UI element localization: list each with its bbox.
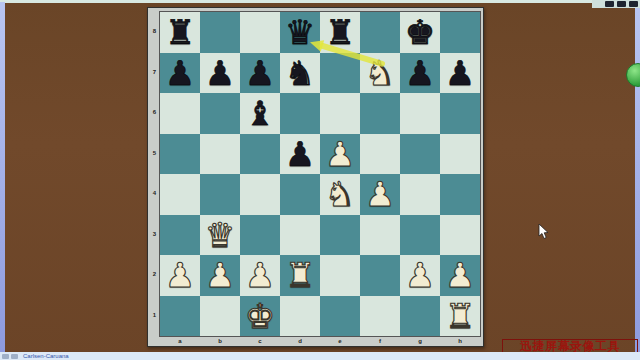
window-right-border (635, 2, 640, 352)
square-b1[interactable] (200, 296, 240, 337)
square-f5[interactable] (360, 134, 400, 175)
square-d4[interactable] (280, 174, 320, 215)
file-label-a: a (160, 338, 200, 344)
square-g6[interactable] (400, 93, 440, 134)
piece-white-pawn-f4[interactable]: ♟ (360, 174, 400, 215)
square-h4[interactable] (440, 174, 480, 215)
square-f6[interactable] (360, 93, 400, 134)
square-c3[interactable] (240, 215, 280, 256)
piece-white-pawn-h2[interactable]: ♟ (440, 255, 480, 296)
chess-board: 87654321 ♜♛♜♚♟♟♟♞♞♟♟♝♟♟♞♟♛♟♟♟♜♟♟♚♜ abcde… (147, 7, 484, 347)
square-f1[interactable] (360, 296, 400, 337)
window-controls (592, 0, 640, 8)
maximize-icon[interactable] (617, 1, 626, 7)
piece-black-pawn-h7[interactable]: ♟ (440, 53, 480, 94)
piece-black-pawn-b7[interactable]: ♟ (200, 53, 240, 94)
square-e1[interactable] (320, 296, 360, 337)
piece-white-rook-d2[interactable]: ♜ (280, 255, 320, 296)
screen-recorder-watermark: 迅捷屏幕录像工具 (502, 339, 638, 353)
square-b5[interactable] (200, 134, 240, 175)
square-e3[interactable] (320, 215, 360, 256)
square-g4[interactable] (400, 174, 440, 215)
square-h8[interactable] (440, 12, 480, 53)
taskbar-window-button[interactable]: Carlsen-Caruana (23, 353, 69, 359)
square-f2[interactable] (360, 255, 400, 296)
square-b8[interactable] (200, 12, 240, 53)
taskbar: Carlsen-Caruana (0, 352, 640, 360)
rank-labels: 87654321 (149, 12, 160, 336)
square-e2[interactable] (320, 255, 360, 296)
piece-white-king-c1[interactable]: ♚ (240, 296, 280, 337)
rank-label-3: 3 (149, 231, 160, 237)
rank-label-1: 1 (149, 312, 160, 318)
square-a4[interactable] (160, 174, 200, 215)
square-a6[interactable] (160, 93, 200, 134)
rank-label-8: 8 (149, 28, 160, 34)
piece-white-pawn-c2[interactable]: ♟ (240, 255, 280, 296)
square-b4[interactable] (200, 174, 240, 215)
piece-white-queen-b3[interactable]: ♛ (200, 215, 240, 256)
piece-white-rook-h1[interactable]: ♜ (440, 296, 480, 337)
taskbar-left: Carlsen-Caruana (0, 353, 69, 359)
piece-black-queen-d8[interactable]: ♛ (280, 12, 320, 53)
file-label-d: d (280, 338, 320, 344)
square-f3[interactable] (360, 215, 400, 256)
square-e7[interactable] (320, 53, 360, 94)
piece-black-rook-e8[interactable]: ♜ (320, 12, 360, 53)
square-h5[interactable] (440, 134, 480, 175)
recorder-float-ball-icon[interactable] (626, 63, 640, 87)
quick-launch-icon[interactable] (11, 354, 18, 359)
start-icon[interactable] (2, 354, 9, 359)
piece-white-pawn-a2[interactable]: ♟ (160, 255, 200, 296)
square-e6[interactable] (320, 93, 360, 134)
piece-black-pawn-c7[interactable]: ♟ (240, 53, 280, 94)
piece-black-king-g8[interactable]: ♚ (400, 12, 440, 53)
piece-white-pawn-g2[interactable]: ♟ (400, 255, 440, 296)
rank-label-5: 5 (149, 150, 160, 156)
square-c5[interactable] (240, 134, 280, 175)
file-label-h: h (440, 338, 480, 344)
file-label-g: g (400, 338, 440, 344)
square-g1[interactable] (400, 296, 440, 337)
piece-black-rook-a8[interactable]: ♜ (160, 12, 200, 53)
piece-white-knight-f7[interactable]: ♞ (360, 53, 400, 94)
window-left-border (0, 2, 5, 352)
file-label-e: e (320, 338, 360, 344)
rank-label-2: 2 (149, 271, 160, 277)
piece-black-pawn-g7[interactable]: ♟ (400, 53, 440, 94)
square-f8[interactable] (360, 12, 400, 53)
window-top-edge (0, 0, 640, 3)
piece-white-pawn-e5[interactable]: ♟ (320, 134, 360, 175)
board-squares: ♜♛♜♚♟♟♟♞♞♟♟♝♟♟♞♟♛♟♟♟♜♟♟♚♜ (160, 12, 480, 336)
file-labels: abcdefgh (160, 337, 480, 347)
square-d1[interactable] (280, 296, 320, 337)
screen: 87654321 ♜♛♜♚♟♟♟♞♞♟♟♝♟♟♞♟♛♟♟♟♜♟♟♚♜ abcde… (0, 0, 640, 360)
square-h6[interactable] (440, 93, 480, 134)
piece-white-knight-e4[interactable]: ♞ (320, 174, 360, 215)
square-b6[interactable] (200, 93, 240, 134)
piece-white-pawn-b2[interactable]: ♟ (200, 255, 240, 296)
mouse-cursor (538, 224, 550, 240)
piece-black-pawn-d5[interactable]: ♟ (280, 134, 320, 175)
rank-label-4: 4 (149, 190, 160, 196)
square-c8[interactable] (240, 12, 280, 53)
piece-black-bishop-c6[interactable]: ♝ (240, 93, 280, 134)
rank-label-6: 6 (149, 109, 160, 115)
square-a1[interactable] (160, 296, 200, 337)
minimize-icon[interactable] (605, 1, 614, 7)
square-c4[interactable] (240, 174, 280, 215)
file-label-b: b (200, 338, 240, 344)
file-label-c: c (240, 338, 280, 344)
square-h3[interactable] (440, 215, 480, 256)
square-a3[interactable] (160, 215, 200, 256)
piece-black-knight-d7[interactable]: ♞ (280, 53, 320, 94)
square-d3[interactable] (280, 215, 320, 256)
rank-label-7: 7 (149, 69, 160, 75)
square-a5[interactable] (160, 134, 200, 175)
square-d6[interactable] (280, 93, 320, 134)
file-label-f: f (360, 338, 400, 344)
square-g5[interactable] (400, 134, 440, 175)
piece-black-pawn-a7[interactable]: ♟ (160, 53, 200, 94)
square-g3[interactable] (400, 215, 440, 256)
close-icon[interactable] (629, 1, 638, 7)
